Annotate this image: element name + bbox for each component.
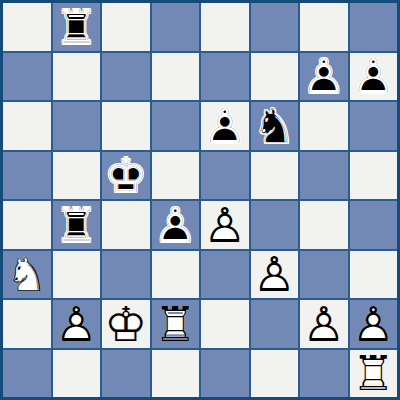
square-f6[interactable]: ♞♘ (251, 102, 299, 150)
square-g4[interactable] (300, 201, 348, 249)
square-e6[interactable]: ♟♙ (201, 102, 249, 150)
square-g5[interactable] (300, 152, 348, 200)
piece-white-rook-d2[interactable]: ♜♖ (152, 300, 200, 348)
black-pawn-icon: ♟ (201, 102, 249, 150)
square-b4[interactable]: ♜♖ (53, 201, 101, 249)
square-h1[interactable]: ♜♖ (350, 350, 398, 398)
white-king-icon: ♚ (102, 300, 150, 348)
square-b5[interactable] (53, 152, 101, 200)
black-rook-icon: ♜ (53, 3, 101, 51)
piece-white-pawn-e4[interactable]: ♟♙ (201, 201, 249, 249)
square-h6[interactable] (350, 102, 398, 150)
white-rook-icon: ♜ (152, 300, 200, 348)
square-b7[interactable] (53, 53, 101, 101)
piece-white-knight-a3[interactable]: ♞♘ (3, 251, 51, 299)
square-e3[interactable] (201, 251, 249, 299)
piece-black-rook-b4[interactable]: ♜♖ (53, 201, 101, 249)
black-king-icon: ♚ (102, 152, 150, 200)
square-b2[interactable]: ♟♙ (53, 300, 101, 348)
piece-black-pawn-g7[interactable]: ♟♙ (300, 53, 348, 101)
square-e7[interactable] (201, 53, 249, 101)
square-e4[interactable]: ♟♙ (201, 201, 249, 249)
black-pawn-outline-icon: ♙ (201, 102, 249, 150)
black-knight-icon: ♞ (251, 102, 299, 150)
black-pawn-outline-icon: ♙ (350, 53, 398, 101)
square-d7[interactable] (152, 53, 200, 101)
white-pawn-outline-icon: ♙ (300, 300, 348, 348)
piece-white-pawn-f3[interactable]: ♟♙ (251, 251, 299, 299)
black-pawn-icon: ♟ (152, 201, 200, 249)
white-pawn-outline-icon: ♙ (53, 300, 101, 348)
square-d8[interactable] (152, 3, 200, 51)
white-pawn-icon: ♟ (300, 300, 348, 348)
square-h8[interactable] (350, 3, 398, 51)
piece-black-rook-b8[interactable]: ♜♖ (53, 3, 101, 51)
white-pawn-outline-icon: ♙ (201, 201, 249, 249)
chess-diagram: ♜♖♟♙♟♙♟♙♞♘♚♔♜♖♟♙♟♙♞♘♟♙♟♙♚♔♜♖♟♙♟♙♜♖ (0, 0, 400, 400)
piece-black-pawn-h7[interactable]: ♟♙ (350, 53, 398, 101)
square-g6[interactable] (300, 102, 348, 150)
square-a5[interactable] (3, 152, 51, 200)
square-b6[interactable] (53, 102, 101, 150)
square-b1[interactable] (53, 350, 101, 398)
black-pawn-icon: ♟ (300, 53, 348, 101)
white-pawn-icon: ♟ (251, 251, 299, 299)
square-d2[interactable]: ♜♖ (152, 300, 200, 348)
square-g3[interactable] (300, 251, 348, 299)
square-c8[interactable] (102, 3, 150, 51)
square-h3[interactable] (350, 251, 398, 299)
square-f7[interactable] (251, 53, 299, 101)
piece-black-pawn-e6[interactable]: ♟♙ (201, 102, 249, 150)
square-a6[interactable] (3, 102, 51, 150)
square-d3[interactable] (152, 251, 200, 299)
white-rook-outline-icon: ♖ (152, 300, 200, 348)
black-pawn-outline-icon: ♙ (300, 53, 348, 101)
square-d4[interactable]: ♟♙ (152, 201, 200, 249)
black-pawn-outline-icon: ♙ (152, 201, 200, 249)
square-g8[interactable] (300, 3, 348, 51)
square-c2[interactable]: ♚♔ (102, 300, 150, 348)
square-e2[interactable] (201, 300, 249, 348)
white-pawn-icon: ♟ (350, 300, 398, 348)
square-e1[interactable] (201, 350, 249, 398)
piece-black-king-c5[interactable]: ♚♔ (102, 152, 150, 200)
square-b3[interactable] (53, 251, 101, 299)
piece-white-pawn-g2[interactable]: ♟♙ (300, 300, 348, 348)
white-knight-icon: ♞ (3, 251, 51, 299)
piece-black-knight-f6[interactable]: ♞♘ (251, 102, 299, 150)
white-rook-outline-icon: ♖ (350, 350, 398, 398)
square-f1[interactable] (251, 350, 299, 398)
square-h2[interactable]: ♟♙ (350, 300, 398, 348)
square-c6[interactable] (102, 102, 150, 150)
square-a3[interactable]: ♞♘ (3, 251, 51, 299)
square-d5[interactable] (152, 152, 200, 200)
square-a1[interactable] (3, 350, 51, 398)
square-a2[interactable] (3, 300, 51, 348)
chess-board: ♜♖♟♙♟♙♟♙♞♘♚♔♜♖♟♙♟♙♞♘♟♙♟♙♚♔♜♖♟♙♟♙♜♖ (0, 0, 400, 400)
square-g7[interactable]: ♟♙ (300, 53, 348, 101)
square-f5[interactable] (251, 152, 299, 200)
square-f4[interactable] (251, 201, 299, 249)
black-king-outline-icon: ♔ (102, 152, 150, 200)
piece-black-pawn-d4[interactable]: ♟♙ (152, 201, 200, 249)
piece-white-pawn-h2[interactable]: ♟♙ (350, 300, 398, 348)
piece-white-pawn-b2[interactable]: ♟♙ (53, 300, 101, 348)
white-pawn-icon: ♟ (53, 300, 101, 348)
black-rook-outline-icon: ♖ (53, 201, 101, 249)
square-c4[interactable] (102, 201, 150, 249)
square-d1[interactable] (152, 350, 200, 398)
square-a4[interactable] (3, 201, 51, 249)
square-g2[interactable]: ♟♙ (300, 300, 348, 348)
white-rook-icon: ♜ (350, 350, 398, 398)
white-pawn-outline-icon: ♙ (350, 300, 398, 348)
square-h4[interactable] (350, 201, 398, 249)
square-c5[interactable]: ♚♔ (102, 152, 150, 200)
black-pawn-icon: ♟ (350, 53, 398, 101)
white-knight-outline-icon: ♘ (3, 251, 51, 299)
square-a7[interactable] (3, 53, 51, 101)
square-f2[interactable] (251, 300, 299, 348)
square-c1[interactable] (102, 350, 150, 398)
black-knight-outline-icon: ♘ (251, 102, 299, 150)
black-rook-icon: ♜ (53, 201, 101, 249)
square-f8[interactable] (251, 3, 299, 51)
square-f3[interactable]: ♟♙ (251, 251, 299, 299)
square-e5[interactable] (201, 152, 249, 200)
white-king-outline-icon: ♔ (102, 300, 150, 348)
square-c3[interactable] (102, 251, 150, 299)
square-b8[interactable]: ♜♖ (53, 3, 101, 51)
square-g1[interactable] (300, 350, 348, 398)
piece-white-king-c2[interactable]: ♚♔ (102, 300, 150, 348)
square-d6[interactable] (152, 102, 200, 150)
square-a8[interactable] (3, 3, 51, 51)
square-c7[interactable] (102, 53, 150, 101)
black-rook-outline-icon: ♖ (53, 3, 101, 51)
white-pawn-outline-icon: ♙ (251, 251, 299, 299)
square-e8[interactable] (201, 3, 249, 51)
square-h5[interactable] (350, 152, 398, 200)
white-pawn-icon: ♟ (201, 201, 249, 249)
piece-white-rook-h1[interactable]: ♜♖ (350, 350, 398, 398)
square-h7[interactable]: ♟♙ (350, 53, 398, 101)
